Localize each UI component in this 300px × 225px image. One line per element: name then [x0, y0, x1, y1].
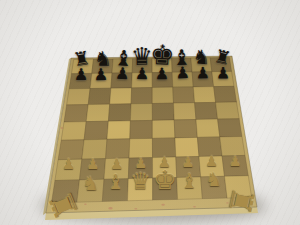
piece-black-pawn-g7[interactable]: ♟	[195, 65, 209, 81]
piece-white-queen-d1[interactable]: ♛	[130, 169, 151, 192]
piece-black-pawn-a7[interactable]: ♟	[73, 67, 88, 83]
piece-white-rook-h1[interactable]: ♜	[224, 184, 259, 217]
piece-white-pawn-h2[interactable]: ♟	[229, 154, 242, 168]
piece-white-bishop-f1[interactable]: ♝	[180, 171, 198, 191]
piece-white-pawn-a2[interactable]: ♟	[62, 157, 75, 172]
piece-white-knight-b1[interactable]: ♞	[82, 174, 99, 193]
piece-layer: ♜♞♝♛♚♝♞♜♟♟♟♟♟♟♟♟♟♟♟♟♟♟♟♟♜♞♝♛♚♝♞♜	[0, 0, 300, 225]
piece-black-pawn-d7[interactable]: ♟	[135, 66, 150, 82]
piece-black-pawn-e7[interactable]: ♟	[155, 66, 170, 82]
piece-black-pawn-f7[interactable]: ♟	[175, 65, 190, 82]
piece-black-pawn-h7[interactable]: ♟	[216, 65, 230, 81]
piece-white-pawn-c2[interactable]: ♟	[110, 156, 123, 171]
chess-photo-scene: ♜♞♝♛♚♝♞♜♟♟♟♟♟♟♟♟♟♟♟♟♟♟♟♟♜♞♝♛♚♝♞♜	[0, 0, 300, 225]
piece-white-rook-a1[interactable]: ♜	[44, 186, 84, 224]
piece-black-pawn-c7[interactable]: ♟	[114, 66, 130, 83]
piece-white-knight-g1[interactable]: ♞	[205, 171, 222, 190]
piece-white-pawn-g2[interactable]: ♟	[205, 154, 218, 168]
piece-white-bishop-c1[interactable]: ♝	[106, 172, 124, 192]
piece-white-pawn-b2[interactable]: ♟	[86, 157, 99, 172]
piece-black-pawn-b7[interactable]: ♟	[94, 66, 109, 83]
piece-white-king-e1[interactable]: ♚	[153, 166, 176, 192]
piece-white-pawn-f2[interactable]: ♟	[182, 155, 195, 169]
